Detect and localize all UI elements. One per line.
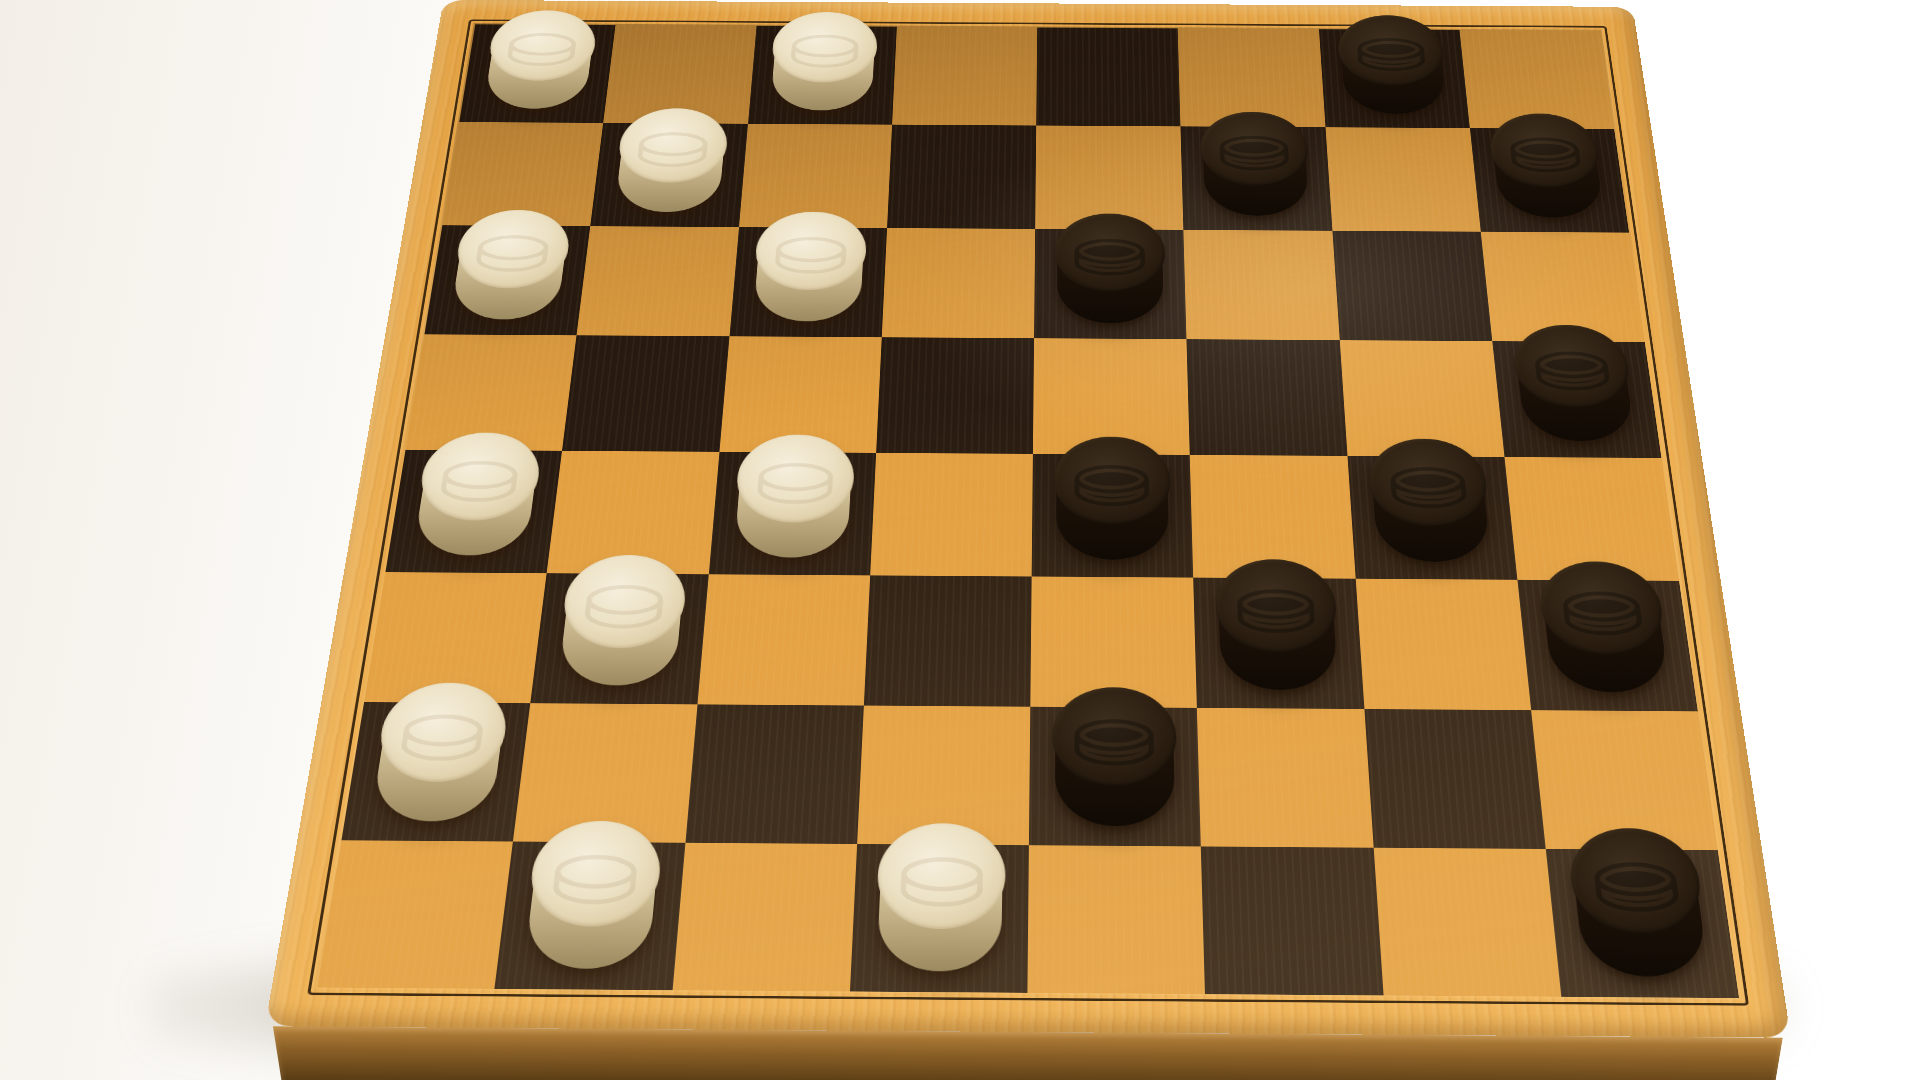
white-man-c4[interactable]: ⛀ [731, 468, 854, 558]
black-man-glyph: ⛂ [1199, 111, 1310, 186]
white-man-d1[interactable]: ⛀ [874, 864, 1006, 973]
white-man-glyph: ⛀ [374, 682, 512, 782]
white-man-glyph: ⛀ [485, 10, 599, 81]
black-man-e4[interactable]: ⛂ [1053, 470, 1172, 560]
desk-background: { "game": "checkers (English draughts), … [0, 0, 1920, 1080]
pieces-layer: ⛀⛀⛂⛀⛂⛂⛀⛀⛂⛂⛀⛀⛂⛂⛀⛂⛂⛀⛂⛀⛀⛂ [317, 24, 1739, 998]
black-man-glyph: ⛂ [1510, 324, 1634, 408]
checkers-board: ⛀⛀⛂⛀⛂⛂⛀⛀⛂⛂⛀⛀⛂⛂⛀⛂⛂⛀⛂⛀⛀⛂ [265, 0, 1791, 1038]
white-man-glyph: ⛀ [753, 211, 868, 290]
black-man-g4[interactable]: ⛂ [1369, 472, 1494, 562]
black-man-glyph: ⛂ [1052, 687, 1177, 787]
black-man-h7[interactable]: ⛂ [1490, 142, 1607, 218]
white-man-glyph: ⛀ [452, 209, 573, 288]
black-man-h5[interactable]: ⛂ [1514, 357, 1639, 442]
black-man-e2[interactable]: ⛂ [1052, 725, 1178, 827]
white-man-glyph: ⛀ [615, 108, 730, 183]
white-man-glyph: ⛀ [770, 12, 879, 83]
black-man-g8[interactable]: ⛂ [1338, 42, 1449, 114]
white-man-a8[interactable]: ⛀ [480, 37, 595, 109]
white-man-glyph: ⛀ [415, 432, 544, 521]
black-man-e6[interactable]: ⛂ [1054, 243, 1166, 323]
black-man-glyph: ⛂ [1214, 559, 1338, 653]
black-man-glyph: ⛂ [1536, 561, 1668, 655]
black-man-glyph: ⛂ [1566, 827, 1707, 934]
black-man-h1[interactable]: ⛂ [1570, 869, 1712, 978]
white-man-glyph: ⛀ [526, 820, 665, 926]
white-man-a6[interactable]: ⛀ [447, 240, 569, 320]
black-man-glyph: ⛂ [1336, 15, 1446, 86]
black-man-f7[interactable]: ⛂ [1200, 140, 1311, 216]
board-front-edge [273, 1026, 1783, 1080]
white-man-glyph: ⛀ [559, 554, 689, 648]
black-man-h3[interactable]: ⛂ [1540, 597, 1673, 693]
white-man-c8[interactable]: ⛀ [768, 39, 878, 111]
white-man-glyph: ⛀ [876, 823, 1007, 930]
white-man-b7[interactable]: ⛀ [612, 137, 728, 213]
white-man-a2[interactable]: ⛀ [367, 720, 506, 822]
white-man-glyph: ⛀ [734, 434, 856, 523]
black-man-glyph: ⛂ [1487, 113, 1603, 188]
white-man-c6[interactable]: ⛀ [750, 242, 866, 322]
black-man-glyph: ⛂ [1053, 436, 1171, 525]
black-man-glyph: ⛂ [1366, 438, 1490, 527]
black-man-glyph: ⛂ [1054, 213, 1165, 292]
white-man-b1[interactable]: ⛀ [520, 861, 660, 969]
white-man-a4[interactable]: ⛀ [409, 466, 539, 556]
white-man-b3[interactable]: ⛀ [555, 591, 686, 687]
black-man-f3[interactable]: ⛂ [1215, 595, 1341, 691]
